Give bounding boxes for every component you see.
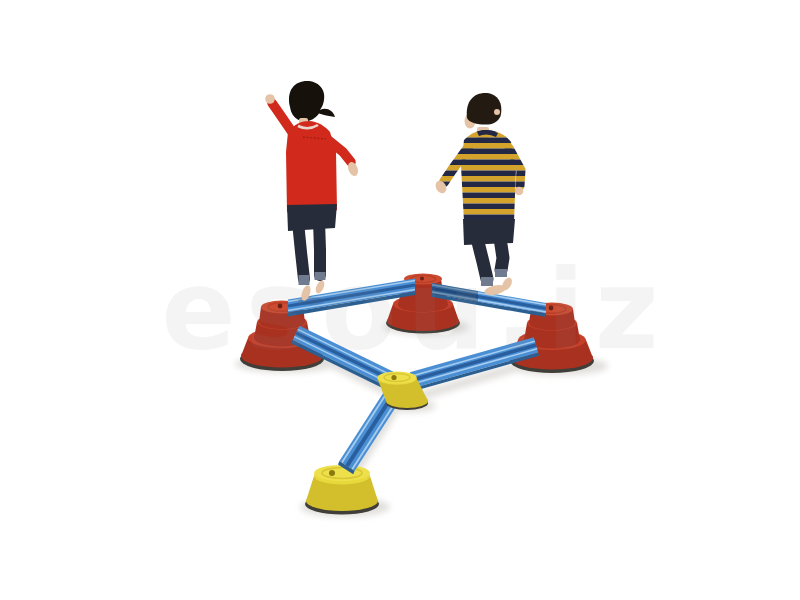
balance-course-scene: esou.iz xyxy=(0,0,800,600)
girl-hair xyxy=(289,81,335,121)
boy-hair xyxy=(467,93,502,125)
girl-shirt xyxy=(286,121,337,216)
boy-right-hand xyxy=(515,187,524,196)
stepper-top-hole xyxy=(391,375,396,380)
product-photo: esou.iz xyxy=(0,0,800,600)
stepper-top-hole xyxy=(329,470,335,476)
boy-ear xyxy=(494,109,500,115)
boy-jeans-hip xyxy=(463,219,515,245)
yellow-stepper-front xyxy=(305,465,379,515)
girl-left-hand xyxy=(265,94,275,104)
watermark-text: esou.iz xyxy=(161,246,668,374)
girl-left-arm xyxy=(272,103,292,132)
